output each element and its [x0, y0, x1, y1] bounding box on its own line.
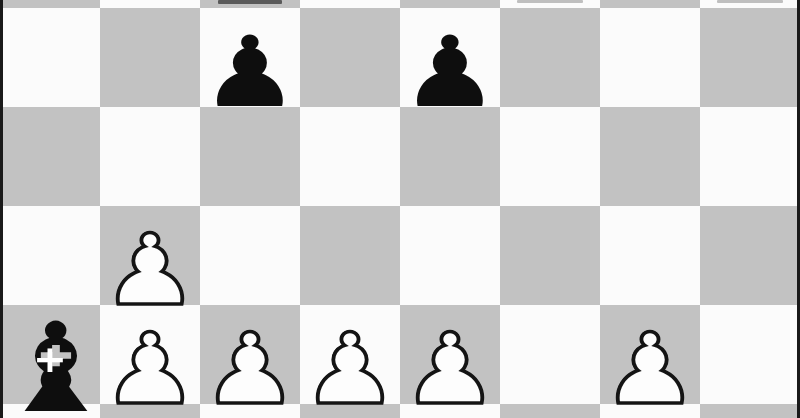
- white-pawn-d3[interactable]: ♟: [295, 320, 405, 418]
- black-pawn-e6[interactable]: ♟: [394, 23, 506, 121]
- square-b6[interactable]: [100, 8, 200, 107]
- square-b5[interactable]: [100, 107, 200, 206]
- square-g7[interactable]: [600, 0, 700, 8]
- square-c7[interactable]: [200, 0, 300, 8]
- square-e7[interactable]: [400, 0, 500, 8]
- square-h3[interactable]: [700, 305, 800, 404]
- partial-piece-base-h7: [717, 0, 783, 3]
- square-f2[interactable]: [500, 404, 600, 418]
- white-pawn-b3[interactable]: ♟: [95, 320, 205, 418]
- black-bishop-a3[interactable]: ♝: [0, 306, 104, 418]
- black-pawn-c6[interactable]: ♟: [194, 23, 306, 121]
- chess-board: ♟♟♟♝♟♟♟♟♟: [0, 0, 800, 418]
- square-f6[interactable]: [500, 8, 600, 107]
- white-pawn-c3[interactable]: ♟: [195, 320, 305, 418]
- square-b7[interactable]: [100, 0, 200, 8]
- square-d7[interactable]: [300, 0, 400, 8]
- board-left-edge: [0, 0, 3, 418]
- partial-piece-base-c7: [218, 0, 282, 4]
- square-e3[interactable]: ♟: [400, 305, 500, 404]
- square-c4[interactable]: [200, 206, 300, 305]
- chess-board-viewport: ♟♟♟♝♟♟♟♟♟: [0, 0, 800, 418]
- white-pawn-g3[interactable]: ♟: [595, 320, 705, 418]
- square-a3[interactable]: ♝: [0, 305, 100, 404]
- square-e6[interactable]: ♟: [400, 8, 500, 107]
- square-b3[interactable]: ♟: [100, 305, 200, 404]
- square-a7[interactable]: [0, 0, 100, 8]
- square-h4[interactable]: [700, 206, 800, 305]
- square-h6[interactable]: [700, 8, 800, 107]
- square-f5[interactable]: [500, 107, 600, 206]
- square-a5[interactable]: [0, 107, 100, 206]
- square-h7[interactable]: [700, 0, 800, 8]
- square-f4[interactable]: [500, 206, 600, 305]
- square-b4[interactable]: ♟: [100, 206, 200, 305]
- square-h2[interactable]: [700, 404, 800, 418]
- square-a4[interactable]: [0, 206, 100, 305]
- square-c3[interactable]: ♟: [200, 305, 300, 404]
- board-blur-wrap: ♟♟♟♝♟♟♟♟♟: [0, 0, 800, 418]
- square-g5[interactable]: [600, 107, 700, 206]
- square-d6[interactable]: [300, 8, 400, 107]
- square-g6[interactable]: [600, 8, 700, 107]
- square-f3[interactable]: [500, 305, 600, 404]
- square-h5[interactable]: [700, 107, 800, 206]
- square-d5[interactable]: [300, 107, 400, 206]
- square-c6[interactable]: ♟: [200, 8, 300, 107]
- square-g3[interactable]: ♟: [600, 305, 700, 404]
- square-g4[interactable]: [600, 206, 700, 305]
- square-e4[interactable]: [400, 206, 500, 305]
- square-f7[interactable]: [500, 0, 600, 8]
- square-a6[interactable]: [0, 8, 100, 107]
- square-d3[interactable]: ♟: [300, 305, 400, 404]
- partial-piece-base-f7: [517, 0, 583, 3]
- square-d4[interactable]: [300, 206, 400, 305]
- white-pawn-e3[interactable]: ♟: [395, 320, 505, 418]
